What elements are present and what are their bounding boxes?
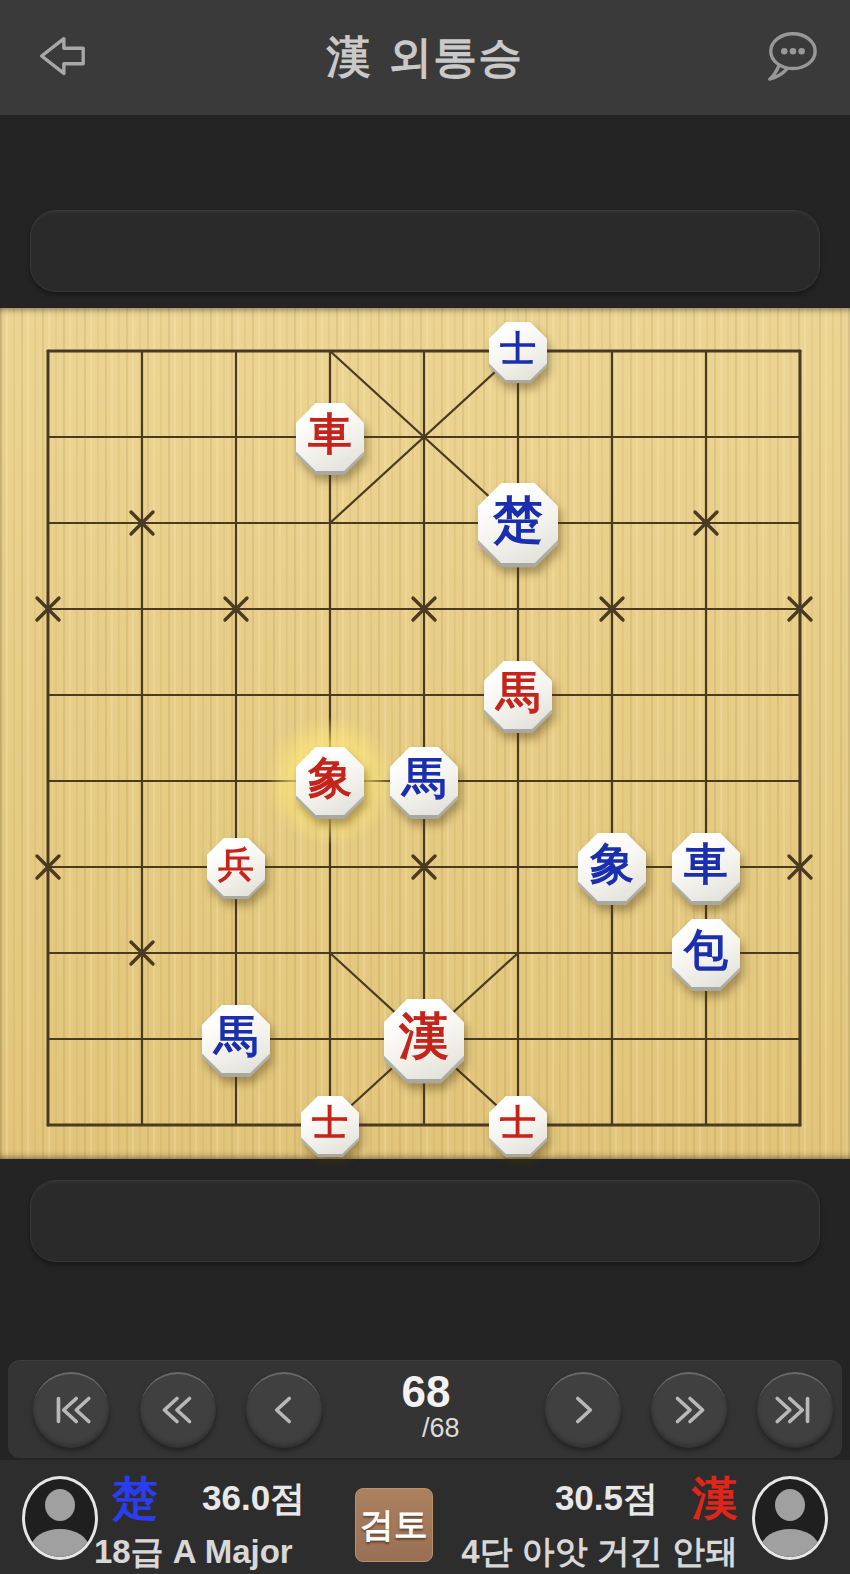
bottom-panel: [0, 1159, 850, 1360]
blue-player-info: 楚 36.0점 18급 A Major: [112, 1472, 305, 1574]
speech-bubble-icon: [761, 28, 823, 88]
janggi-board[interactable]: 士車楚馬象馬兵象車包馬漢士士: [0, 308, 850, 1159]
blue-side-symbol: 楚: [112, 1474, 158, 1522]
piece-blue-po[interactable]: 包: [672, 919, 740, 987]
avatar-silhouette-icon: [45, 1489, 75, 1521]
avatar-silhouette-icon: [775, 1489, 805, 1521]
page-title: 漢 외통승: [0, 28, 850, 87]
piece-red-king[interactable]: 漢: [384, 999, 464, 1079]
chevron-left-icon: [261, 1388, 307, 1432]
double-chevron-right-icon: [666, 1388, 712, 1432]
double-chevron-left-icon: [155, 1388, 201, 1432]
captured-pieces-tray-top: [30, 210, 820, 292]
piece-red-byung[interactable]: 兵: [207, 838, 265, 896]
piece-blue-cha[interactable]: 車: [672, 833, 740, 901]
nav-start-button[interactable]: [33, 1372, 109, 1448]
chevron-bar-left-icon: [48, 1388, 94, 1432]
piece-blue-king[interactable]: 楚: [478, 483, 558, 563]
current-move-number: 68: [402, 1367, 451, 1416]
nav-next-button[interactable]: [545, 1372, 621, 1448]
janggi-app-screen: 漢 외통승 士車楚馬象馬兵象車包馬漢士士: [0, 0, 850, 1574]
blue-player-rank-name: 18급 A Major: [94, 1530, 305, 1574]
piece-red-ma[interactable]: 馬: [484, 661, 552, 729]
red-player-avatar[interactable]: [752, 1476, 828, 1560]
red-player-rank-name: 4단 아앗 거긴 안돼: [461, 1530, 738, 1574]
piece-layer: 士車楚馬象馬兵象車包馬漢士士: [0, 308, 850, 1159]
chat-button[interactable]: [756, 22, 828, 94]
piece-blue-ma[interactable]: 馬: [390, 747, 458, 815]
total-move-number: /68: [422, 1413, 496, 1444]
nav-prev-button[interactable]: [246, 1372, 322, 1448]
blue-player-avatar[interactable]: [22, 1476, 98, 1560]
nav-fast-next-button[interactable]: [651, 1372, 727, 1448]
blue-player-score: 36.0점: [202, 1475, 305, 1522]
piece-blue-sa[interactable]: 士: [489, 322, 547, 380]
piece-red-sa[interactable]: 士: [489, 1096, 547, 1154]
captured-pieces-tray-bottom: [30, 1180, 820, 1262]
player-info-bar: 楚 36.0점 18급 A Major 검토 30.5점 漢 4단 아앗 거긴 …: [0, 1460, 850, 1574]
chevron-right-icon: [560, 1388, 606, 1432]
nav-end-button[interactable]: [757, 1372, 833, 1448]
move-counter: 68 /68: [356, 1369, 496, 1444]
nav-fast-prev-button[interactable]: [140, 1372, 216, 1448]
piece-red-sang[interactable]: 象: [296, 747, 364, 815]
piece-red-cha[interactable]: 車: [296, 403, 364, 471]
red-player-info: 30.5점 漢 4단 아앗 거긴 안돼: [461, 1472, 738, 1574]
red-side-symbol: 漢: [692, 1474, 738, 1522]
top-bar: 漢 외통승: [0, 0, 850, 115]
top-panel: [0, 115, 850, 308]
review-button[interactable]: 검토: [355, 1488, 433, 1562]
piece-blue-ma[interactable]: 馬: [202, 1005, 270, 1073]
piece-blue-sang[interactable]: 象: [578, 833, 646, 901]
red-player-score: 30.5점: [555, 1475, 658, 1522]
chevron-bar-right-icon: [772, 1388, 818, 1432]
move-navigation-bar: 68 /68: [8, 1360, 842, 1458]
piece-red-sa[interactable]: 士: [301, 1096, 359, 1154]
